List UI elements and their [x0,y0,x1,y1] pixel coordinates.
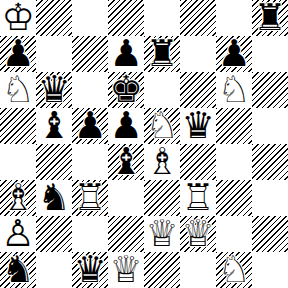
black-knight: ♞ [0,252,36,288]
square-b3[interactable]: ♞ [36,180,72,216]
white-pawn-fill: ♟ [0,216,36,252]
square-d7[interactable]: ♟ [108,36,144,72]
white-bishop: ♗ [144,144,180,180]
square-h1[interactable] [252,252,288,288]
square-a8[interactable]: ♚♔ [0,0,36,36]
white-bishop: ♗ [0,180,36,216]
square-b2[interactable] [36,216,72,252]
square-a3[interactable]: ♝♗ [0,180,36,216]
square-b7[interactable] [36,36,72,72]
white-queen: ♕ [180,216,216,252]
white-rook: ♖ [72,180,108,216]
square-c1[interactable]: ♛ [72,252,108,288]
square-g6[interactable]: ♞♘ [216,72,252,108]
white-pawn: ♙ [0,216,36,252]
square-f8[interactable] [180,0,216,36]
square-d5[interactable]: ♟ [108,108,144,144]
white-rook-fill: ♜ [180,180,216,216]
square-e6[interactable] [144,72,180,108]
square-c2[interactable] [72,216,108,252]
square-g5[interactable] [216,108,252,144]
black-pawn: ♟ [72,108,108,144]
white-knight: ♘ [216,252,252,288]
black-queen: ♛ [72,252,108,288]
white-queen-fill: ♛ [108,252,144,288]
black-king: ♚ [108,72,144,108]
white-knight-fill: ♞ [0,72,36,108]
square-h6[interactable] [252,72,288,108]
square-g4[interactable] [216,144,252,180]
square-g1[interactable]: ♞♘ [216,252,252,288]
white-queen-fill: ♛ [180,216,216,252]
square-b5[interactable]: ♝ [36,108,72,144]
square-d2[interactable] [108,216,144,252]
square-h3[interactable] [252,180,288,216]
square-g8[interactable] [216,0,252,36]
square-d6[interactable]: ♚ [108,72,144,108]
white-knight-fill: ♞ [144,108,180,144]
square-h2[interactable] [252,216,288,252]
black-rook: ♜ [144,36,180,72]
black-bishop: ♝ [108,144,144,180]
square-a4[interactable] [0,144,36,180]
square-f3[interactable]: ♜♖ [180,180,216,216]
black-pawn: ♟ [108,36,144,72]
square-a1[interactable]: ♞ [0,252,36,288]
white-king: ♔ [0,0,36,36]
black-pawn: ♟ [0,36,36,72]
square-c8[interactable] [72,0,108,36]
square-f4[interactable] [180,144,216,180]
square-h8[interactable]: ♜ [252,0,288,36]
square-g2[interactable] [216,216,252,252]
square-a7[interactable]: ♟ [0,36,36,72]
white-knight-fill: ♞ [216,252,252,288]
white-knight-fill: ♞ [216,72,252,108]
square-g7[interactable]: ♟ [216,36,252,72]
square-f1[interactable] [180,252,216,288]
black-queen: ♛ [36,72,72,108]
square-a5[interactable] [0,108,36,144]
white-king-fill: ♚ [0,0,36,36]
white-rook: ♖ [180,180,216,216]
square-h4[interactable] [252,144,288,180]
white-queen: ♕ [144,216,180,252]
white-bishop-fill: ♝ [144,144,180,180]
square-f2[interactable]: ♛♕ [180,216,216,252]
white-rook-fill: ♜ [72,180,108,216]
square-b4[interactable] [36,144,72,180]
square-d8[interactable] [108,0,144,36]
square-b8[interactable] [36,0,72,36]
square-e2[interactable]: ♛♕ [144,216,180,252]
square-d1[interactable]: ♛♕ [108,252,144,288]
square-b1[interactable] [36,252,72,288]
square-h5[interactable] [252,108,288,144]
square-b6[interactable]: ♛ [36,72,72,108]
square-e8[interactable] [144,0,180,36]
black-pawn: ♟ [216,36,252,72]
square-c5[interactable]: ♟ [72,108,108,144]
black-bishop: ♝ [36,108,72,144]
square-e4[interactable]: ♝♗ [144,144,180,180]
square-c4[interactable] [72,144,108,180]
square-g3[interactable] [216,180,252,216]
square-d4[interactable]: ♝ [108,144,144,180]
square-e5[interactable]: ♞♘ [144,108,180,144]
square-d3[interactable] [108,180,144,216]
black-knight: ♞ [36,180,72,216]
white-knight: ♘ [0,72,36,108]
square-e7[interactable]: ♜ [144,36,180,72]
white-knight: ♘ [216,72,252,108]
square-f7[interactable] [180,36,216,72]
white-queen-fill: ♛ [144,216,180,252]
white-queen: ♕ [108,252,144,288]
square-e1[interactable] [144,252,180,288]
chessboard: ♚♔♜♟♟♜♟♞♘♛♚♞♘♝♟♟♞♘♛♝♝♗♝♗♞♜♖♜♖♟♙♛♕♛♕♞♛♛♕♞… [0,0,288,288]
square-c3[interactable]: ♜♖ [72,180,108,216]
square-c7[interactable] [72,36,108,72]
square-a2[interactable]: ♟♙ [0,216,36,252]
square-e3[interactable] [144,180,180,216]
black-pawn: ♟ [108,108,144,144]
black-rook: ♜ [252,0,288,36]
square-a6[interactable]: ♞♘ [0,72,36,108]
square-c6[interactable] [72,72,108,108]
white-knight: ♘ [144,108,180,144]
white-bishop-fill: ♝ [0,180,36,216]
black-queen: ♛ [180,108,216,144]
square-f5[interactable]: ♛ [180,108,216,144]
square-h7[interactable] [252,36,288,72]
square-f6[interactable] [180,72,216,108]
